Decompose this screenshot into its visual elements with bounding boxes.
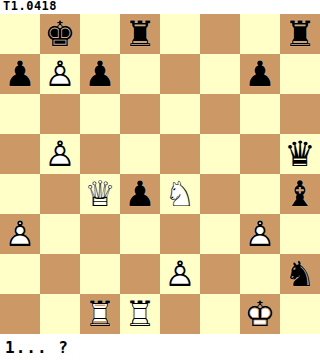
square-d1[interactable]: ♜♖ bbox=[120, 294, 160, 334]
square-e5[interactable] bbox=[160, 134, 200, 174]
square-f5[interactable] bbox=[200, 134, 240, 174]
square-f6[interactable] bbox=[200, 94, 240, 134]
white-pawn-piece[interactable]: ♟♙ bbox=[40, 54, 80, 94]
square-b3[interactable] bbox=[40, 214, 80, 254]
black-king-piece[interactable]: ♚ bbox=[40, 14, 80, 54]
square-d8[interactable]: ♜ bbox=[120, 14, 160, 54]
square-c1[interactable]: ♜♖ bbox=[80, 294, 120, 334]
square-g1[interactable]: ♚♔ bbox=[240, 294, 280, 334]
square-b7[interactable]: ♟♙ bbox=[40, 54, 80, 94]
square-b4[interactable] bbox=[40, 174, 80, 214]
square-d2[interactable] bbox=[120, 254, 160, 294]
square-f4[interactable] bbox=[200, 174, 240, 214]
white-pawn-piece[interactable]: ♟♙ bbox=[160, 254, 200, 294]
square-e4[interactable]: ♞♘ bbox=[160, 174, 200, 214]
white-pawn-piece[interactable]: ♟♙ bbox=[40, 134, 80, 174]
black-queen-piece[interactable]: ♛ bbox=[280, 134, 320, 174]
piece-outline: ♘ bbox=[160, 174, 200, 214]
square-c6[interactable] bbox=[80, 94, 120, 134]
square-g3[interactable]: ♟♙ bbox=[240, 214, 280, 254]
square-b2[interactable] bbox=[40, 254, 80, 294]
piece-outline: ♖ bbox=[120, 294, 160, 334]
square-g6[interactable] bbox=[240, 94, 280, 134]
square-h3[interactable] bbox=[280, 214, 320, 254]
square-f1[interactable] bbox=[200, 294, 240, 334]
square-c5[interactable] bbox=[80, 134, 120, 174]
piece-glyph: ♜ bbox=[120, 14, 160, 54]
square-e6[interactable] bbox=[160, 94, 200, 134]
black-pawn-piece[interactable]: ♟ bbox=[0, 54, 40, 94]
square-f8[interactable] bbox=[200, 14, 240, 54]
square-c3[interactable] bbox=[80, 214, 120, 254]
piece-outline: ♙ bbox=[240, 214, 280, 254]
square-b8[interactable]: ♚ bbox=[40, 14, 80, 54]
square-a1[interactable] bbox=[0, 294, 40, 334]
black-pawn-piece[interactable]: ♟ bbox=[120, 174, 160, 214]
square-c8[interactable] bbox=[80, 14, 120, 54]
piece-outline: ♙ bbox=[40, 54, 80, 94]
square-h2[interactable]: ♞ bbox=[280, 254, 320, 294]
square-a8[interactable] bbox=[0, 14, 40, 54]
square-e7[interactable] bbox=[160, 54, 200, 94]
square-d4[interactable]: ♟ bbox=[120, 174, 160, 214]
square-h7[interactable] bbox=[280, 54, 320, 94]
piece-glyph: ♜ bbox=[280, 14, 320, 54]
square-a5[interactable] bbox=[0, 134, 40, 174]
white-rook-piece[interactable]: ♜♖ bbox=[80, 294, 120, 334]
black-bishop-piece[interactable]: ♝ bbox=[280, 174, 320, 214]
piece-glyph: ♝ bbox=[280, 174, 320, 214]
square-c2[interactable] bbox=[80, 254, 120, 294]
square-g4[interactable] bbox=[240, 174, 280, 214]
white-rook-piece[interactable]: ♜♖ bbox=[120, 294, 160, 334]
square-h6[interactable] bbox=[280, 94, 320, 134]
square-d7[interactable] bbox=[120, 54, 160, 94]
square-b6[interactable] bbox=[40, 94, 80, 134]
square-a4[interactable] bbox=[0, 174, 40, 214]
square-a7[interactable]: ♟ bbox=[0, 54, 40, 94]
piece-glyph: ♛ bbox=[280, 134, 320, 174]
black-knight-piece[interactable]: ♞ bbox=[280, 254, 320, 294]
square-e3[interactable] bbox=[160, 214, 200, 254]
piece-glyph: ♚ bbox=[40, 14, 80, 54]
board: ♚♜♜♟♟♙♟♟♟♙♛♛♕♟♞♘♝♟♙♟♙♟♙♞♜♖♜♖♚♔ bbox=[0, 14, 320, 334]
black-rook-piece[interactable]: ♜ bbox=[280, 14, 320, 54]
square-f7[interactable] bbox=[200, 54, 240, 94]
square-a6[interactable] bbox=[0, 94, 40, 134]
white-pawn-piece[interactable]: ♟♙ bbox=[240, 214, 280, 254]
square-e8[interactable] bbox=[160, 14, 200, 54]
piece-outline: ♙ bbox=[0, 214, 40, 254]
black-pawn-piece[interactable]: ♟ bbox=[240, 54, 280, 94]
white-pawn-piece[interactable]: ♟♙ bbox=[0, 214, 40, 254]
move-prompt: 1... ? bbox=[0, 334, 320, 360]
piece-glyph: ♟ bbox=[80, 54, 120, 94]
square-e2[interactable]: ♟♙ bbox=[160, 254, 200, 294]
puzzle-id: T1.0418 bbox=[0, 0, 320, 14]
square-g7[interactable]: ♟ bbox=[240, 54, 280, 94]
black-rook-piece[interactable]: ♜ bbox=[120, 14, 160, 54]
square-b5[interactable]: ♟♙ bbox=[40, 134, 80, 174]
piece-outline: ♙ bbox=[160, 254, 200, 294]
square-d6[interactable] bbox=[120, 94, 160, 134]
square-c4[interactable]: ♛♕ bbox=[80, 174, 120, 214]
piece-glyph: ♞ bbox=[280, 254, 320, 294]
square-h4[interactable]: ♝ bbox=[280, 174, 320, 214]
square-g8[interactable] bbox=[240, 14, 280, 54]
square-a3[interactable]: ♟♙ bbox=[0, 214, 40, 254]
square-h5[interactable]: ♛ bbox=[280, 134, 320, 174]
white-queen-piece[interactable]: ♛♕ bbox=[80, 174, 120, 214]
piece-outline: ♙ bbox=[40, 134, 80, 174]
piece-outline: ♕ bbox=[80, 174, 120, 214]
square-e1[interactable] bbox=[160, 294, 200, 334]
square-h1[interactable] bbox=[280, 294, 320, 334]
piece-glyph: ♟ bbox=[240, 54, 280, 94]
square-d3[interactable] bbox=[120, 214, 160, 254]
square-g5[interactable] bbox=[240, 134, 280, 174]
piece-outline: ♔ bbox=[240, 294, 280, 334]
square-d5[interactable] bbox=[120, 134, 160, 174]
white-king-piece[interactable]: ♚♔ bbox=[240, 294, 280, 334]
square-f3[interactable] bbox=[200, 214, 240, 254]
square-c7[interactable]: ♟ bbox=[80, 54, 120, 94]
square-g2[interactable] bbox=[240, 254, 280, 294]
white-knight-piece[interactable]: ♞♘ bbox=[160, 174, 200, 214]
piece-glyph: ♟ bbox=[120, 174, 160, 214]
square-f2[interactable] bbox=[200, 254, 240, 294]
square-h8[interactable]: ♜ bbox=[280, 14, 320, 54]
piece-glyph: ♟ bbox=[0, 54, 40, 94]
black-pawn-piece[interactable]: ♟ bbox=[80, 54, 120, 94]
piece-outline: ♖ bbox=[80, 294, 120, 334]
square-b1[interactable] bbox=[40, 294, 80, 334]
square-a2[interactable] bbox=[0, 254, 40, 294]
